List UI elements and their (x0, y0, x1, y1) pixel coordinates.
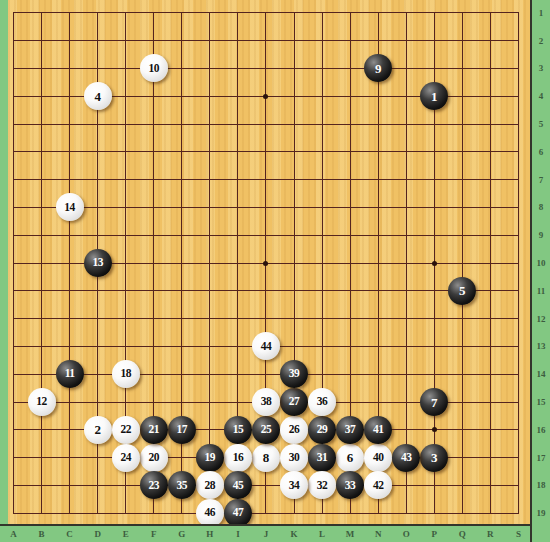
stone-black-move-9[interactable]: 9 (364, 54, 392, 82)
column-label-D: D (90, 529, 106, 539)
move-number-label: 38 (261, 396, 272, 408)
move-number-label: 7 (431, 396, 438, 409)
row-label-15: 15 (532, 397, 550, 407)
stone-white-move-2[interactable]: 2 (84, 416, 112, 444)
row-label-3: 3 (532, 63, 550, 73)
move-number-label: 5 (459, 284, 466, 297)
stone-white-move-30[interactable]: 30 (280, 444, 308, 472)
stone-white-move-4[interactable]: 4 (84, 82, 112, 110)
stone-white-move-28[interactable]: 28 (196, 471, 224, 499)
move-number-label: 39 (289, 368, 300, 380)
stone-white-move-24[interactable]: 24 (112, 444, 140, 472)
stone-white-move-32[interactable]: 32 (308, 471, 336, 499)
column-label-N: N (370, 529, 386, 539)
star-point (263, 261, 268, 266)
move-number-label: 2 (94, 423, 101, 436)
grid-line-vertical (518, 12, 519, 513)
move-number-label: 16 (233, 452, 244, 464)
move-number-label: 34 (289, 480, 300, 492)
stone-black-move-27[interactable]: 27 (280, 388, 308, 416)
stone-white-move-18[interactable]: 18 (112, 360, 140, 388)
star-point (432, 427, 437, 432)
grid-line-horizontal (13, 318, 519, 319)
column-label-C: C (62, 529, 78, 539)
stone-white-move-14[interactable]: 14 (56, 193, 84, 221)
stone-white-move-12[interactable]: 12 (28, 388, 56, 416)
board-border-left (0, 0, 8, 542)
column-label-R: R (482, 529, 498, 539)
stone-black-move-43[interactable]: 43 (392, 444, 420, 472)
grid-line-vertical (490, 12, 491, 513)
move-number-label: 28 (205, 480, 216, 492)
move-number-label: 41 (373, 424, 384, 436)
column-label-M: M (342, 529, 358, 539)
row-label-4: 4 (532, 91, 550, 101)
move-number-label: 10 (149, 63, 160, 75)
column-label-G: G (174, 529, 190, 539)
column-label-F: F (146, 529, 162, 539)
move-number-label: 43 (401, 452, 412, 464)
move-number-label: 33 (345, 480, 356, 492)
move-number-label: 9 (375, 62, 382, 75)
stone-white-move-36[interactable]: 36 (308, 388, 336, 416)
stone-black-move-39[interactable]: 39 (280, 360, 308, 388)
stone-white-move-34[interactable]: 34 (280, 471, 308, 499)
column-label-K: K (286, 529, 302, 539)
goban[interactable]: 1234567891011121314151617181920212223242… (8, 0, 530, 524)
row-label-11: 11 (532, 286, 550, 296)
go-game-diagram: 1234567891011121314151617181920212223242… (0, 0, 550, 542)
stone-black-move-3[interactable]: 3 (420, 444, 448, 472)
row-label-1: 1 (532, 8, 550, 18)
move-number-label: 21 (149, 424, 160, 436)
stone-black-move-15[interactable]: 15 (224, 416, 252, 444)
column-label-S: S (510, 529, 526, 539)
row-label-16: 16 (532, 425, 550, 435)
stone-white-move-42[interactable]: 42 (364, 471, 392, 499)
stone-black-move-37[interactable]: 37 (336, 416, 364, 444)
move-number-label: 45 (233, 480, 244, 492)
move-number-label: 17 (177, 424, 188, 436)
move-number-label: 26 (289, 424, 300, 436)
star-point (432, 261, 437, 266)
move-number-label: 6 (347, 451, 354, 464)
move-number-label: 4 (94, 90, 101, 103)
stone-black-move-19[interactable]: 19 (196, 444, 224, 472)
row-label-17: 17 (532, 453, 550, 463)
stone-white-move-40[interactable]: 40 (364, 444, 392, 472)
row-label-2: 2 (532, 36, 550, 46)
stone-black-move-23[interactable]: 23 (140, 471, 168, 499)
move-number-label: 40 (373, 452, 384, 464)
column-label-L: L (314, 529, 330, 539)
row-label-18: 18 (532, 480, 550, 490)
stone-black-move-17[interactable]: 17 (168, 416, 196, 444)
move-number-label: 18 (120, 368, 131, 380)
stone-white-move-6[interactable]: 6 (336, 444, 364, 472)
grid-line-horizontal (13, 513, 519, 514)
row-label-8: 8 (532, 202, 550, 212)
move-number-label: 29 (317, 424, 328, 436)
column-label-H: H (202, 529, 218, 539)
move-number-label: 44 (261, 341, 272, 353)
stone-white-move-38[interactable]: 38 (252, 388, 280, 416)
move-number-label: 20 (149, 452, 160, 464)
move-number-label: 25 (261, 424, 272, 436)
move-number-label: 42 (373, 480, 384, 492)
stone-black-move-7[interactable]: 7 (420, 388, 448, 416)
grid-line-horizontal (13, 290, 519, 291)
star-point (263, 94, 268, 99)
move-number-label: 46 (205, 507, 216, 519)
stone-black-move-5[interactable]: 5 (448, 277, 476, 305)
grid-line-horizontal (13, 485, 519, 486)
move-number-label: 12 (36, 396, 47, 408)
column-label-B: B (34, 529, 50, 539)
row-label-9: 9 (532, 230, 550, 240)
row-label-7: 7 (532, 175, 550, 185)
stone-white-move-20[interactable]: 20 (140, 444, 168, 472)
move-number-label: 13 (92, 257, 103, 269)
coordinate-strip-rows: 12345678910111213141516171819 (530, 0, 550, 542)
move-number-label: 15 (233, 424, 244, 436)
stone-black-move-31[interactable]: 31 (308, 444, 336, 472)
stone-white-move-44[interactable]: 44 (252, 332, 280, 360)
stone-black-move-1[interactable]: 1 (420, 82, 448, 110)
move-number-label: 22 (120, 424, 131, 436)
row-label-13: 13 (532, 341, 550, 351)
stone-white-move-22[interactable]: 22 (112, 416, 140, 444)
column-label-Q: Q (454, 529, 470, 539)
coordinate-strip-columns: ABCDEFGHIJKLMNOPQRS (0, 524, 530, 542)
row-label-12: 12 (532, 314, 550, 324)
stone-black-move-29[interactable]: 29 (308, 416, 336, 444)
stone-white-move-26[interactable]: 26 (280, 416, 308, 444)
row-label-14: 14 (532, 369, 550, 379)
column-label-A: A (6, 529, 22, 539)
column-label-P: P (426, 529, 442, 539)
row-label-19: 19 (532, 508, 550, 518)
stone-black-move-45[interactable]: 45 (224, 471, 252, 499)
move-number-label: 1 (431, 90, 438, 103)
grid-line-vertical (462, 12, 463, 513)
column-label-E: E (118, 529, 134, 539)
move-number-label: 31 (317, 452, 328, 464)
grid-line-vertical (406, 12, 407, 513)
move-number-label: 30 (289, 452, 300, 464)
stone-white-move-16[interactable]: 16 (224, 444, 252, 472)
stone-white-move-46[interactable]: 46 (196, 499, 224, 527)
move-number-label: 47 (233, 507, 244, 519)
stone-black-move-41[interactable]: 41 (364, 416, 392, 444)
move-number-label: 32 (317, 480, 328, 492)
move-number-label: 27 (289, 396, 300, 408)
row-label-6: 6 (532, 147, 550, 157)
move-number-label: 37 (345, 424, 356, 436)
column-label-I: I (230, 529, 246, 539)
move-number-label: 24 (120, 452, 131, 464)
move-number-label: 3 (431, 451, 438, 464)
move-number-label: 11 (65, 368, 75, 380)
row-label-10: 10 (532, 258, 550, 268)
stone-black-move-25[interactable]: 25 (252, 416, 280, 444)
move-number-label: 35 (177, 480, 188, 492)
stone-white-move-10[interactable]: 10 (140, 54, 168, 82)
stone-black-move-47[interactable]: 47 (224, 499, 252, 527)
stone-black-move-13[interactable]: 13 (84, 249, 112, 277)
stone-black-move-33[interactable]: 33 (336, 471, 364, 499)
move-number-label: 23 (149, 480, 160, 492)
column-label-O: O (398, 529, 414, 539)
stone-black-move-21[interactable]: 21 (140, 416, 168, 444)
row-label-5: 5 (532, 119, 550, 129)
column-label-J: J (258, 529, 274, 539)
stone-black-move-35[interactable]: 35 (168, 471, 196, 499)
move-number-label: 19 (205, 452, 216, 464)
grid-line-horizontal (13, 374, 519, 375)
move-number-label: 14 (64, 202, 75, 214)
stone-black-move-11[interactable]: 11 (56, 360, 84, 388)
move-number-label: 8 (263, 451, 270, 464)
stone-white-move-8[interactable]: 8 (252, 444, 280, 472)
move-number-label: 36 (317, 396, 328, 408)
